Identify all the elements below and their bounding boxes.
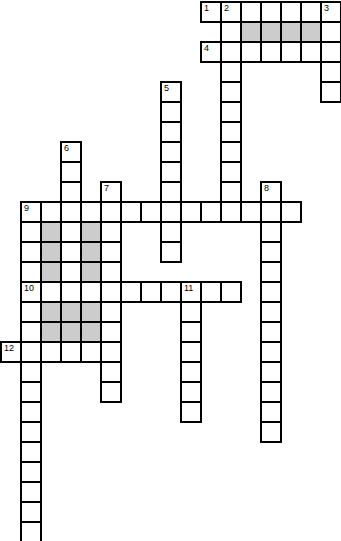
grid-cell[interactable]	[220, 81, 242, 103]
grid-cell[interactable]	[20, 441, 42, 463]
grid-cell[interactable]: 7	[100, 181, 122, 203]
grid-cell[interactable]	[60, 281, 82, 303]
grid-cell[interactable]	[100, 381, 122, 403]
clue-number: 3	[324, 3, 329, 13]
grid-cell[interactable]	[20, 301, 42, 323]
grid-cell[interactable]	[20, 421, 42, 443]
grid-cell[interactable]	[100, 201, 122, 223]
grid-cell[interactable]	[180, 201, 202, 223]
grid-cell[interactable]	[260, 421, 282, 443]
shaded-cell[interactable]	[240, 21, 262, 43]
grid-cell[interactable]: 6	[60, 141, 82, 163]
grid-cell[interactable]	[20, 261, 42, 283]
grid-cell[interactable]	[20, 241, 42, 263]
grid-cell[interactable]	[220, 121, 242, 143]
grid-cell[interactable]	[220, 161, 242, 183]
clue-number: 11	[184, 283, 193, 293]
grid-cell[interactable]	[220, 181, 242, 203]
grid-cell[interactable]	[320, 81, 341, 103]
grid-cell[interactable]	[240, 201, 262, 223]
grid-cell[interactable]	[100, 301, 122, 323]
grid-cell[interactable]	[280, 201, 302, 223]
grid-cell[interactable]	[320, 61, 341, 83]
grid-cell[interactable]	[180, 361, 202, 383]
shaded-cell[interactable]	[40, 241, 62, 263]
grid-cell[interactable]	[220, 281, 242, 303]
shaded-cell[interactable]	[80, 261, 102, 283]
shaded-cell[interactable]	[40, 301, 62, 323]
grid-cell[interactable]	[20, 221, 42, 243]
grid-cell[interactable]	[180, 321, 202, 343]
grid-cell[interactable]: 4	[200, 41, 222, 63]
clue-number: 8	[264, 183, 269, 193]
grid-cell[interactable]	[160, 281, 182, 303]
grid-cell[interactable]	[240, 1, 262, 23]
grid-cell[interactable]	[260, 1, 282, 23]
grid-cell[interactable]	[260, 41, 282, 63]
grid-cell[interactable]	[180, 341, 202, 363]
grid-cell[interactable]: 3	[320, 1, 341, 23]
grid-cell[interactable]	[260, 201, 282, 223]
grid-cell[interactable]	[60, 241, 82, 263]
grid-cell[interactable]	[100, 321, 122, 343]
clue-number: 6	[64, 143, 69, 153]
grid-cell[interactable]	[80, 281, 102, 303]
grid-cell[interactable]	[100, 361, 122, 383]
clue-number: 10	[24, 283, 34, 293]
grid-cell[interactable]	[220, 141, 242, 163]
grid-cell[interactable]	[140, 281, 162, 303]
shaded-cell[interactable]	[40, 261, 62, 283]
grid-cell[interactable]	[100, 261, 122, 283]
grid-cell[interactable]	[120, 201, 142, 223]
grid-cell[interactable]	[180, 381, 202, 403]
grid-cell[interactable]: 12	[0, 341, 22, 363]
grid-cell[interactable]	[60, 261, 82, 283]
grid-cell[interactable]	[40, 201, 62, 223]
grid-cell[interactable]	[160, 221, 182, 243]
grid-cell[interactable]	[320, 41, 341, 63]
grid-cell[interactable]	[240, 41, 262, 63]
grid-cell[interactable]	[20, 361, 42, 383]
grid-cell[interactable]	[180, 401, 202, 423]
clue-number: 5	[164, 83, 169, 93]
grid-cell[interactable]	[60, 341, 82, 363]
grid-cell[interactable]	[160, 181, 182, 203]
grid-cell[interactable]	[260, 241, 282, 263]
clue-number: 2	[224, 3, 229, 13]
shaded-cell[interactable]	[60, 301, 82, 323]
grid-cell[interactable]	[160, 141, 182, 163]
grid-cell[interactable]	[160, 101, 182, 123]
grid-cell[interactable]	[20, 521, 42, 541]
crossword-grid: 123456789101112	[0, 0, 341, 541]
clue-number: 12	[4, 343, 14, 353]
grid-cell[interactable]: 1	[200, 1, 222, 23]
grid-cell[interactable]	[260, 261, 282, 283]
shaded-cell[interactable]	[60, 321, 82, 343]
grid-cell[interactable]	[100, 221, 122, 243]
grid-cell[interactable]	[40, 281, 62, 303]
shaded-cell[interactable]	[80, 241, 102, 263]
grid-cell[interactable]: 5	[160, 81, 182, 103]
grid-cell[interactable]	[100, 281, 122, 303]
shaded-cell[interactable]	[80, 221, 102, 243]
grid-cell[interactable]	[300, 41, 322, 63]
grid-cell[interactable]	[160, 161, 182, 183]
grid-cell[interactable]	[280, 41, 302, 63]
shaded-cell[interactable]	[40, 221, 62, 243]
clue-number: 1	[204, 3, 209, 13]
grid-cell[interactable]	[200, 281, 222, 303]
grid-cell[interactable]	[160, 121, 182, 143]
grid-cell[interactable]	[20, 321, 42, 343]
grid-cell[interactable]	[320, 21, 341, 43]
shaded-cell[interactable]	[40, 321, 62, 343]
grid-cell[interactable]	[80, 201, 102, 223]
grid-cell[interactable]: 8	[260, 181, 282, 203]
shaded-cell[interactable]	[80, 321, 102, 343]
grid-cell[interactable]	[260, 281, 282, 303]
grid-cell[interactable]	[40, 341, 62, 363]
grid-cell[interactable]	[60, 181, 82, 203]
grid-cell[interactable]	[220, 101, 242, 123]
grid-cell[interactable]	[280, 1, 302, 23]
clue-number: 4	[204, 43, 209, 53]
grid-cell[interactable]	[220, 201, 242, 223]
grid-cell[interactable]	[260, 361, 282, 383]
grid-cell[interactable]	[80, 341, 102, 363]
grid-cell[interactable]	[260, 301, 282, 323]
grid-cell[interactable]	[20, 381, 42, 403]
shaded-cell[interactable]	[260, 21, 282, 43]
clue-number: 7	[104, 183, 109, 193]
grid-cell[interactable]	[300, 1, 322, 23]
grid-cell[interactable]	[20, 501, 42, 523]
grid-cell[interactable]	[60, 201, 82, 223]
shaded-cell[interactable]	[300, 21, 322, 43]
grid-cell[interactable]	[20, 461, 42, 483]
grid-cell[interactable]	[120, 281, 142, 303]
grid-cell[interactable]	[140, 201, 162, 223]
grid-cell[interactable]	[100, 341, 122, 363]
grid-cell[interactable]	[260, 221, 282, 243]
grid-cell[interactable]	[260, 341, 282, 363]
grid-cell[interactable]: 11	[180, 281, 202, 303]
grid-cell[interactable]	[220, 41, 242, 63]
grid-cell[interactable]	[260, 401, 282, 423]
grid-cell[interactable]	[260, 321, 282, 343]
grid-cell[interactable]	[20, 401, 42, 423]
grid-cell[interactable]	[60, 161, 82, 183]
grid-cell[interactable]	[20, 481, 42, 503]
crossword-page: 123456789101112	[0, 0, 341, 541]
shaded-cell[interactable]	[280, 21, 302, 43]
grid-cell[interactable]	[180, 301, 202, 323]
grid-cell[interactable]: 9	[20, 201, 42, 223]
grid-cell[interactable]	[200, 201, 222, 223]
grid-cell[interactable]	[160, 201, 182, 223]
clue-number: 9	[24, 203, 29, 213]
shaded-cell[interactable]	[80, 301, 102, 323]
grid-cell[interactable]	[100, 241, 122, 263]
grid-cell[interactable]	[160, 241, 182, 263]
grid-cell[interactable]: 10	[20, 281, 42, 303]
grid-cell[interactable]	[60, 221, 82, 243]
grid-cell[interactable]: 2	[220, 1, 242, 23]
grid-cell[interactable]	[220, 21, 242, 43]
grid-cell[interactable]	[220, 61, 242, 83]
grid-cell[interactable]	[260, 381, 282, 403]
grid-cell[interactable]	[20, 341, 42, 363]
